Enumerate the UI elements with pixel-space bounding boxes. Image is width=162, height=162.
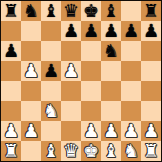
piece-black-knight-f6[interactable]: ♞ <box>103 41 119 61</box>
piece-white-bishop-f1[interactable]: ♝ <box>103 141 119 161</box>
piece-black-bishop-f8[interactable]: ♝ <box>103 1 119 21</box>
piece-white-queen-d1[interactable]: ♛ <box>63 141 79 161</box>
square-b4[interactable] <box>21 81 41 101</box>
chess-board: ♜♞♝♛♚♝♜♟♟♟♟♟♟♞♟♟♟♞♟♟♟♟♟♟♜♝♛♚♝♞♜ <box>1 1 161 161</box>
square-g3[interactable] <box>121 101 141 121</box>
piece-black-rook-h8[interactable]: ♜ <box>143 1 159 21</box>
square-e2[interactable]: ♟ <box>81 121 101 141</box>
piece-white-rook-a1[interactable]: ♜ <box>3 141 19 161</box>
piece-white-knight-c3[interactable]: ♞ <box>43 101 59 121</box>
square-g2[interactable]: ♟ <box>121 121 141 141</box>
square-d5[interactable]: ♟ <box>61 61 81 81</box>
square-b6[interactable] <box>21 41 41 61</box>
square-a3[interactable] <box>1 101 21 121</box>
piece-black-bishop-c8[interactable]: ♝ <box>43 1 59 21</box>
square-d7[interactable]: ♟ <box>61 21 81 41</box>
square-f3[interactable] <box>101 101 121 121</box>
piece-white-bishop-c1[interactable]: ♝ <box>43 141 59 161</box>
square-e4[interactable] <box>81 81 101 101</box>
piece-black-pawn-c5[interactable]: ♟ <box>43 61 59 81</box>
square-f2[interactable]: ♟ <box>101 121 121 141</box>
square-h7[interactable]: ♟ <box>141 21 161 41</box>
square-e6[interactable] <box>81 41 101 61</box>
square-d1[interactable]: ♛ <box>61 141 81 161</box>
piece-white-rook-h1[interactable]: ♜ <box>143 141 159 161</box>
square-b3[interactable] <box>21 101 41 121</box>
square-b1[interactable] <box>21 141 41 161</box>
piece-white-knight-g1[interactable]: ♞ <box>123 141 139 161</box>
square-c6[interactable] <box>41 41 61 61</box>
square-d6[interactable] <box>61 41 81 61</box>
square-h1[interactable]: ♜ <box>141 141 161 161</box>
square-f4[interactable] <box>101 81 121 101</box>
square-b8[interactable]: ♞ <box>21 1 41 21</box>
piece-white-pawn-a2[interactable]: ♟ <box>3 121 19 141</box>
piece-black-rook-a8[interactable]: ♜ <box>3 1 19 21</box>
square-e7[interactable]: ♟ <box>81 21 101 41</box>
square-a5[interactable] <box>1 61 21 81</box>
square-f6[interactable]: ♞ <box>101 41 121 61</box>
square-g1[interactable]: ♞ <box>121 141 141 161</box>
square-f5[interactable] <box>101 61 121 81</box>
square-a4[interactable] <box>1 81 21 101</box>
square-e8[interactable]: ♚ <box>81 1 101 21</box>
square-h4[interactable] <box>141 81 161 101</box>
piece-black-knight-b8[interactable]: ♞ <box>23 1 39 21</box>
square-c2[interactable] <box>41 121 61 141</box>
square-h8[interactable]: ♜ <box>141 1 161 21</box>
square-g5[interactable] <box>121 61 141 81</box>
square-c7[interactable] <box>41 21 61 41</box>
square-e3[interactable] <box>81 101 101 121</box>
square-g8[interactable] <box>121 1 141 21</box>
square-d3[interactable] <box>61 101 81 121</box>
piece-black-queen-d8[interactable]: ♛ <box>63 1 79 21</box>
square-h6[interactable] <box>141 41 161 61</box>
square-a7[interactable] <box>1 21 21 41</box>
square-h3[interactable] <box>141 101 161 121</box>
square-g6[interactable] <box>121 41 141 61</box>
piece-white-pawn-b5[interactable]: ♟ <box>23 61 39 81</box>
square-a8[interactable]: ♜ <box>1 1 21 21</box>
piece-white-pawn-d5[interactable]: ♟ <box>63 61 79 81</box>
square-e1[interactable]: ♚ <box>81 141 101 161</box>
square-f7[interactable]: ♟ <box>101 21 121 41</box>
piece-white-pawn-h2[interactable]: ♟ <box>143 121 159 141</box>
square-c8[interactable]: ♝ <box>41 1 61 21</box>
square-h5[interactable] <box>141 61 161 81</box>
square-e5[interactable] <box>81 61 101 81</box>
square-b2[interactable]: ♟ <box>21 121 41 141</box>
square-c5[interactable]: ♟ <box>41 61 61 81</box>
square-f8[interactable]: ♝ <box>101 1 121 21</box>
piece-black-pawn-f7[interactable]: ♟ <box>103 21 119 41</box>
piece-white-pawn-b2[interactable]: ♟ <box>23 121 39 141</box>
piece-white-pawn-f2[interactable]: ♟ <box>103 121 119 141</box>
square-f1[interactable]: ♝ <box>101 141 121 161</box>
chess-board-frame: ♜♞♝♛♚♝♜♟♟♟♟♟♟♞♟♟♟♞♟♟♟♟♟♟♜♝♛♚♝♞♜ <box>0 0 162 162</box>
square-c1[interactable]: ♝ <box>41 141 61 161</box>
square-c3[interactable]: ♞ <box>41 101 61 121</box>
square-h2[interactable]: ♟ <box>141 121 161 141</box>
piece-white-king-e1[interactable]: ♚ <box>83 141 99 161</box>
square-a2[interactable]: ♟ <box>1 121 21 141</box>
square-d8[interactable]: ♛ <box>61 1 81 21</box>
piece-black-king-e8[interactable]: ♚ <box>83 1 99 21</box>
square-d4[interactable] <box>61 81 81 101</box>
piece-black-pawn-g7[interactable]: ♟ <box>123 21 139 41</box>
square-g7[interactable]: ♟ <box>121 21 141 41</box>
square-d2[interactable] <box>61 121 81 141</box>
square-c4[interactable] <box>41 81 61 101</box>
square-b5[interactable]: ♟ <box>21 61 41 81</box>
piece-white-pawn-g2[interactable]: ♟ <box>123 121 139 141</box>
piece-black-pawn-e7[interactable]: ♟ <box>83 21 99 41</box>
square-a6[interactable]: ♟ <box>1 41 21 61</box>
square-b7[interactable] <box>21 21 41 41</box>
square-g4[interactable] <box>121 81 141 101</box>
square-a1[interactable]: ♜ <box>1 141 21 161</box>
piece-black-pawn-d7[interactable]: ♟ <box>63 21 79 41</box>
piece-black-pawn-a6[interactable]: ♟ <box>3 41 19 61</box>
piece-black-pawn-h7[interactable]: ♟ <box>143 21 159 41</box>
piece-white-pawn-e2[interactable]: ♟ <box>83 121 99 141</box>
